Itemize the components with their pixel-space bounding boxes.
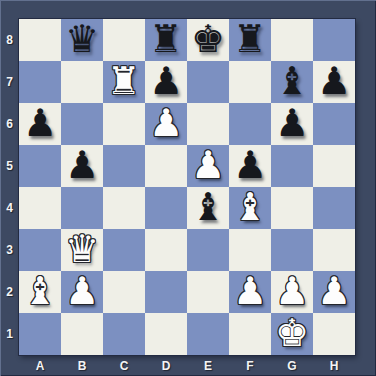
square-g5[interactable] <box>271 145 313 187</box>
piece-white-queen[interactable]: ♛ <box>65 230 99 268</box>
chessboard-frame: 87654321 ♛♜♚♜♜♟♝♟♟♟♟♟♟♟♝♝♛♝♟♟♟♟♚ ABCDEFG… <box>0 0 376 376</box>
square-e7[interactable] <box>187 61 229 103</box>
square-c2[interactable] <box>103 271 145 313</box>
square-d3[interactable] <box>145 229 187 271</box>
square-c8[interactable] <box>103 19 145 61</box>
file-label-f: F <box>229 355 271 376</box>
square-d7[interactable]: ♟ <box>145 61 187 103</box>
piece-white-pawn[interactable]: ♟ <box>65 272 99 310</box>
square-f1[interactable] <box>229 313 271 355</box>
square-e5[interactable]: ♟ <box>187 145 229 187</box>
file-label-e: E <box>187 355 229 376</box>
rank-label-1: 1 <box>0 313 19 355</box>
square-c6[interactable] <box>103 103 145 145</box>
square-d8[interactable]: ♜ <box>145 19 187 61</box>
piece-white-rook[interactable]: ♜ <box>107 62 141 100</box>
square-g6[interactable]: ♟ <box>271 103 313 145</box>
piece-black-pawn[interactable]: ♟ <box>23 104 57 142</box>
square-a8[interactable] <box>19 19 61 61</box>
square-a5[interactable] <box>19 145 61 187</box>
square-a7[interactable] <box>19 61 61 103</box>
square-a3[interactable] <box>19 229 61 271</box>
piece-white-bishop[interactable]: ♝ <box>233 188 267 226</box>
piece-black-rook[interactable]: ♜ <box>149 20 183 58</box>
square-g1[interactable]: ♚ <box>271 313 313 355</box>
piece-black-bishop[interactable]: ♝ <box>275 62 309 100</box>
square-b7[interactable] <box>61 61 103 103</box>
square-g4[interactable] <box>271 187 313 229</box>
rank-label-2: 2 <box>0 271 19 313</box>
square-h7[interactable]: ♟ <box>313 61 355 103</box>
square-g3[interactable] <box>271 229 313 271</box>
square-e6[interactable] <box>187 103 229 145</box>
file-label-d: D <box>145 355 187 376</box>
file-label-h: H <box>313 355 355 376</box>
square-h2[interactable]: ♟ <box>313 271 355 313</box>
square-e4[interactable]: ♝ <box>187 187 229 229</box>
rank-label-6: 6 <box>0 103 19 145</box>
rank-labels: 87654321 <box>0 19 19 355</box>
file-label-c: C <box>103 355 145 376</box>
square-h1[interactable] <box>313 313 355 355</box>
square-h5[interactable] <box>313 145 355 187</box>
square-a4[interactable] <box>19 187 61 229</box>
piece-black-bishop[interactable]: ♝ <box>191 188 225 226</box>
piece-black-pawn[interactable]: ♟ <box>233 146 267 184</box>
square-e1[interactable] <box>187 313 229 355</box>
piece-white-pawn[interactable]: ♟ <box>191 146 225 184</box>
rank-label-7: 7 <box>0 61 19 103</box>
rank-label-4: 4 <box>0 187 19 229</box>
square-g2[interactable]: ♟ <box>271 271 313 313</box>
square-b2[interactable]: ♟ <box>61 271 103 313</box>
square-f5[interactable]: ♟ <box>229 145 271 187</box>
square-c4[interactable] <box>103 187 145 229</box>
square-f7[interactable] <box>229 61 271 103</box>
piece-black-rook[interactable]: ♜ <box>233 20 267 58</box>
square-g7[interactable]: ♝ <box>271 61 313 103</box>
square-b6[interactable] <box>61 103 103 145</box>
square-a1[interactable] <box>19 313 61 355</box>
piece-white-pawn[interactable]: ♟ <box>275 272 309 310</box>
file-labels: ABCDEFGH <box>19 355 355 376</box>
square-g8[interactable] <box>271 19 313 61</box>
square-h3[interactable] <box>313 229 355 271</box>
file-label-g: G <box>271 355 313 376</box>
file-label-b: B <box>61 355 103 376</box>
rank-label-5: 5 <box>0 145 19 187</box>
square-f2[interactable]: ♟ <box>229 271 271 313</box>
square-c7[interactable]: ♜ <box>103 61 145 103</box>
file-label-a: A <box>19 355 61 376</box>
square-b4[interactable] <box>61 187 103 229</box>
square-e3[interactable] <box>187 229 229 271</box>
piece-white-pawn[interactable]: ♟ <box>149 104 183 142</box>
rank-label-8: 8 <box>0 19 19 61</box>
piece-white-pawn[interactable]: ♟ <box>233 272 267 310</box>
square-d2[interactable] <box>145 271 187 313</box>
rank-label-3: 3 <box>0 229 19 271</box>
square-a6[interactable]: ♟ <box>19 103 61 145</box>
square-c1[interactable] <box>103 313 145 355</box>
square-d5[interactable] <box>145 145 187 187</box>
square-f3[interactable] <box>229 229 271 271</box>
piece-black-pawn[interactable]: ♟ <box>149 62 183 100</box>
square-c5[interactable] <box>103 145 145 187</box>
piece-black-pawn[interactable]: ♟ <box>317 62 351 100</box>
square-b1[interactable] <box>61 313 103 355</box>
piece-white-bishop[interactable]: ♝ <box>23 272 57 310</box>
piece-black-queen[interactable]: ♛ <box>65 20 99 58</box>
piece-black-pawn[interactable]: ♟ <box>275 104 309 142</box>
square-b3[interactable]: ♛ <box>61 229 103 271</box>
square-d4[interactable] <box>145 187 187 229</box>
piece-black-king[interactable]: ♚ <box>191 20 225 58</box>
square-e8[interactable]: ♚ <box>187 19 229 61</box>
square-h4[interactable] <box>313 187 355 229</box>
piece-white-king[interactable]: ♚ <box>275 314 309 352</box>
square-f8[interactable]: ♜ <box>229 19 271 61</box>
square-a2[interactable]: ♝ <box>19 271 61 313</box>
square-h6[interactable] <box>313 103 355 145</box>
piece-white-pawn[interactable]: ♟ <box>317 272 351 310</box>
square-f6[interactable] <box>229 103 271 145</box>
board-grid: ♛♜♚♜♜♟♝♟♟♟♟♟♟♟♝♝♛♝♟♟♟♟♚ <box>19 19 355 355</box>
piece-black-pawn[interactable]: ♟ <box>65 146 99 184</box>
square-f4[interactable]: ♝ <box>229 187 271 229</box>
square-e2[interactable] <box>187 271 229 313</box>
square-h8[interactable] <box>313 19 355 61</box>
square-d1[interactable] <box>145 313 187 355</box>
square-c3[interactable] <box>103 229 145 271</box>
square-d6[interactable]: ♟ <box>145 103 187 145</box>
square-b5[interactable]: ♟ <box>61 145 103 187</box>
square-b8[interactable]: ♛ <box>61 19 103 61</box>
